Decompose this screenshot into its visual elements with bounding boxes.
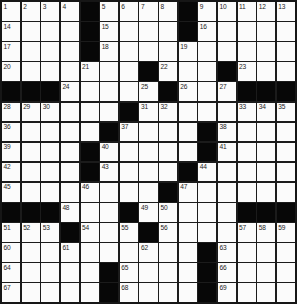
cell-r9-c3[interactable] <box>41 163 59 182</box>
cell-r11-c12[interactable] <box>218 203 236 222</box>
cell-r13-c8[interactable]: 62 <box>139 243 157 262</box>
cell-r2-c7[interactable] <box>120 22 138 41</box>
cell-r1-c2[interactable]: 2 <box>22 2 40 21</box>
clue-number-8: 8 <box>161 3 164 10</box>
cell-r4-c6[interactable] <box>100 62 118 81</box>
clue-number-36: 36 <box>4 123 11 130</box>
clue-number-63: 63 <box>219 244 226 251</box>
cell-r7-c3[interactable] <box>41 123 59 142</box>
cell-r10-c1[interactable]: 45 <box>2 183 20 202</box>
clue-number-26: 26 <box>180 83 187 90</box>
cell-r8-c10[interactable] <box>179 143 197 162</box>
cell-r5-c10[interactable]: 26 <box>179 82 197 101</box>
cell-r15-c13[interactable] <box>238 283 256 302</box>
cell-r4-c11[interactable] <box>198 62 216 81</box>
cell-r1-c6[interactable]: 5 <box>100 2 118 21</box>
cell-r1-c11[interactable]: 9 <box>198 2 216 21</box>
clue-number-39: 39 <box>4 143 11 150</box>
cell-r10-c15[interactable] <box>277 183 295 202</box>
cell-r3-c15[interactable] <box>277 42 295 61</box>
cell-r8-c3[interactable] <box>41 143 59 162</box>
cell-r10-c5[interactable]: 46 <box>81 183 99 202</box>
clue-number-48: 48 <box>62 204 69 211</box>
cell-r8-c1[interactable]: 39 <box>2 143 20 162</box>
cell-r5-c7[interactable] <box>120 82 138 101</box>
cell-r5-c8[interactable]: 25 <box>139 82 157 101</box>
clue-number-28: 28 <box>4 103 11 110</box>
cell-r10-c11[interactable] <box>198 183 216 202</box>
cell-r14-c1[interactable]: 64 <box>2 263 20 282</box>
cell-r10-c3[interactable] <box>41 183 59 202</box>
cell-r7-c5[interactable] <box>81 123 99 142</box>
clue-number-64: 64 <box>4 264 11 271</box>
cell-r12-c15[interactable]: 59 <box>277 223 295 242</box>
clue-number-20: 20 <box>4 63 11 70</box>
clue-number-60: 60 <box>4 244 11 251</box>
cell-r4-c14[interactable] <box>257 62 275 81</box>
cell-r3-c7[interactable] <box>120 42 138 61</box>
cell-r6-c1[interactable]: 28 <box>2 103 20 122</box>
cell-r6-c9[interactable]: 32 <box>159 103 177 122</box>
cell-r4-c1[interactable]: 20 <box>2 62 20 81</box>
clue-number-29: 29 <box>23 103 30 110</box>
cell-r14-c9[interactable] <box>159 263 177 282</box>
crossword-board: 1234567891011121314151617181920212223242… <box>0 0 297 304</box>
cell-r11-c10[interactable] <box>179 203 197 222</box>
cell-r10-c2[interactable] <box>22 183 40 202</box>
clue-number-56: 56 <box>161 224 168 231</box>
clue-number-23: 23 <box>239 63 246 70</box>
clue-number-50: 50 <box>161 204 168 211</box>
clue-number-47: 47 <box>180 183 187 190</box>
cell-r9-c11[interactable]: 44 <box>198 163 216 182</box>
black-cell-r12-c8 <box>139 223 157 242</box>
cell-r13-c9[interactable] <box>159 243 177 262</box>
clue-number-7: 7 <box>141 3 144 10</box>
cell-r3-c2[interactable] <box>22 42 40 61</box>
cell-r3-c9[interactable] <box>159 42 177 61</box>
cell-r6-c13[interactable]: 33 <box>238 103 256 122</box>
cell-r13-c13[interactable] <box>238 243 256 262</box>
cell-r10-c14[interactable] <box>257 183 275 202</box>
cell-r12-c10[interactable] <box>179 223 197 242</box>
clue-number-30: 30 <box>43 103 50 110</box>
cell-r1-c4[interactable]: 4 <box>61 2 79 21</box>
cell-r6-c3[interactable]: 30 <box>41 103 59 122</box>
clue-number-11: 11 <box>239 3 245 10</box>
black-cell-r12-c4 <box>61 223 79 242</box>
black-cell-r9-c10 <box>179 163 197 182</box>
cell-r8-c15[interactable] <box>277 143 295 162</box>
clue-number-13: 13 <box>278 3 285 10</box>
black-cell-r11-c7 <box>120 203 138 222</box>
cell-r10-c12[interactable] <box>218 183 236 202</box>
cell-r7-c2[interactable] <box>22 123 40 142</box>
black-cell-r5-c9 <box>159 82 177 101</box>
cell-r4-c10[interactable] <box>179 62 197 81</box>
clue-number-31: 31 <box>141 103 148 110</box>
cell-r14-c4[interactable] <box>61 263 79 282</box>
cell-r6-c2[interactable]: 29 <box>22 103 40 122</box>
cell-r4-c15[interactable] <box>277 62 295 81</box>
clue-number-66: 66 <box>219 264 226 271</box>
cell-r4-c3[interactable] <box>41 62 59 81</box>
cell-r14-c13[interactable] <box>238 263 256 282</box>
cell-r4-c4[interactable] <box>61 62 79 81</box>
black-cell-r11-c1 <box>2 203 20 222</box>
cell-r7-c14[interactable] <box>257 123 275 142</box>
clue-number-16: 16 <box>200 23 207 30</box>
cell-r3-c8[interactable] <box>139 42 157 61</box>
cell-r13-c6[interactable] <box>100 243 118 262</box>
cell-r12-c5[interactable]: 54 <box>81 223 99 242</box>
clue-number-41: 41 <box>219 143 226 150</box>
cell-r8-c14[interactable] <box>257 143 275 162</box>
cell-r13-c2[interactable] <box>22 243 40 262</box>
cell-r8-c13[interactable] <box>238 143 256 162</box>
black-cell-r4-c8 <box>139 62 157 81</box>
cell-r7-c1[interactable]: 36 <box>2 123 20 142</box>
cell-r11-c6[interactable] <box>100 203 118 222</box>
cell-r6-c10[interactable] <box>179 103 197 122</box>
clue-number-52: 52 <box>23 224 30 231</box>
cell-r2-c14[interactable] <box>257 22 275 41</box>
black-cell-r11-c2 <box>22 203 40 222</box>
cell-r7-c9[interactable] <box>159 123 177 142</box>
clue-number-32: 32 <box>161 103 168 110</box>
cell-r14-c10[interactable] <box>179 263 197 282</box>
cell-r11-c4[interactable]: 48 <box>61 203 79 222</box>
clue-number-68: 68 <box>121 284 128 291</box>
cell-r3-c10[interactable]: 19 <box>179 42 197 61</box>
black-cell-r5-c14 <box>257 82 275 101</box>
black-cell-r6-c7 <box>120 103 138 122</box>
cell-r4-c5[interactable]: 21 <box>81 62 99 81</box>
clue-number-45: 45 <box>4 183 11 190</box>
black-cell-r15-c6 <box>100 283 118 302</box>
cell-r3-c14[interactable] <box>257 42 275 61</box>
cell-r15-c5[interactable] <box>81 283 99 302</box>
clue-number-35: 35 <box>278 103 285 110</box>
black-cell-r7-c11 <box>198 123 216 142</box>
cell-r9-c14[interactable] <box>257 163 275 182</box>
clue-number-15: 15 <box>102 23 109 30</box>
clue-number-46: 46 <box>82 183 89 190</box>
cell-r1-c13[interactable]: 11 <box>238 2 256 21</box>
black-cell-r8-c5 <box>81 143 99 162</box>
cell-r14-c3[interactable] <box>41 263 59 282</box>
cell-r15-c14[interactable] <box>257 283 275 302</box>
cell-r14-c12[interactable]: 66 <box>218 263 236 282</box>
black-cell-r8-c11 <box>198 143 216 162</box>
cell-r3-c6[interactable]: 18 <box>100 42 118 61</box>
cell-r9-c12[interactable] <box>218 163 236 182</box>
cell-r9-c8[interactable] <box>139 163 157 182</box>
cell-r2-c2[interactable] <box>22 22 40 41</box>
black-cell-r10-c9 <box>159 183 177 202</box>
clue-number-62: 62 <box>141 244 148 251</box>
cell-r1-c1[interactable]: 1 <box>2 2 20 21</box>
cell-r1-c8[interactable]: 7 <box>139 2 157 21</box>
black-cell-r15-c11 <box>198 283 216 302</box>
cell-r9-c9[interactable] <box>159 163 177 182</box>
cell-r1-c7[interactable]: 6 <box>120 2 138 21</box>
cell-r6-c5[interactable] <box>81 103 99 122</box>
cell-r5-c11[interactable] <box>198 82 216 101</box>
black-cell-r1-c5 <box>81 2 99 21</box>
cell-r9-c1[interactable]: 42 <box>2 163 20 182</box>
cell-r10-c4[interactable] <box>61 183 79 202</box>
clue-number-51: 51 <box>4 224 11 231</box>
cell-r2-c6[interactable]: 15 <box>100 22 118 41</box>
clue-number-54: 54 <box>82 224 89 231</box>
black-cell-r3-c5 <box>81 42 99 61</box>
cell-r4-c7[interactable] <box>120 62 138 81</box>
cell-r8-c12[interactable]: 41 <box>218 143 236 162</box>
cell-r13-c12[interactable]: 63 <box>218 243 236 262</box>
cell-r9-c4[interactable] <box>61 163 79 182</box>
cell-r8-c9[interactable] <box>159 143 177 162</box>
cell-r7-c13[interactable] <box>238 123 256 142</box>
black-cell-r2-c10 <box>179 22 197 41</box>
cell-r3-c12[interactable] <box>218 42 236 61</box>
cell-r5-c4[interactable]: 24 <box>61 82 79 101</box>
cell-r7-c10[interactable] <box>179 123 197 142</box>
cell-r15-c12[interactable]: 69 <box>218 283 236 302</box>
clue-number-10: 10 <box>219 3 226 10</box>
cell-r10-c6[interactable] <box>100 183 118 202</box>
cell-r13-c4[interactable]: 61 <box>61 243 79 262</box>
black-cell-r13-c11 <box>198 243 216 262</box>
cell-r2-c3[interactable] <box>41 22 59 41</box>
clue-number-19: 19 <box>180 43 187 50</box>
cell-r3-c11[interactable] <box>198 42 216 61</box>
cell-r2-c12[interactable] <box>218 22 236 41</box>
clue-number-5: 5 <box>102 3 105 10</box>
clue-number-9: 9 <box>200 3 203 10</box>
cell-r7-c15[interactable] <box>277 123 295 142</box>
clue-number-22: 22 <box>161 63 168 70</box>
cell-r7-c8[interactable] <box>139 123 157 142</box>
clue-number-67: 67 <box>4 284 11 291</box>
cell-r12-c3[interactable]: 53 <box>41 223 59 242</box>
black-cell-r5-c15 <box>277 82 295 101</box>
cell-r9-c6[interactable]: 43 <box>100 163 118 182</box>
clue-number-59: 59 <box>278 224 285 231</box>
black-cell-r9-c5 <box>81 163 99 182</box>
clue-number-25: 25 <box>141 83 148 90</box>
clue-number-55: 55 <box>121 224 128 231</box>
cell-r13-c7[interactable] <box>120 243 138 262</box>
crossword-grid: 1234567891011121314151617181920212223242… <box>0 0 297 304</box>
cell-r12-c13[interactable]: 57 <box>238 223 256 242</box>
cell-r4-c9[interactable]: 22 <box>159 62 177 81</box>
clue-number-49: 49 <box>141 204 148 211</box>
cell-r15-c9[interactable] <box>159 283 177 302</box>
cell-r6-c8[interactable]: 31 <box>139 103 157 122</box>
cell-r6-c12[interactable] <box>218 103 236 122</box>
clue-number-57: 57 <box>239 224 246 231</box>
clue-number-17: 17 <box>4 43 11 50</box>
cell-r6-c4[interactable] <box>61 103 79 122</box>
cell-r13-c3[interactable] <box>41 243 59 262</box>
cell-r10-c7[interactable] <box>120 183 138 202</box>
clue-number-61: 61 <box>62 244 69 251</box>
clue-number-40: 40 <box>102 143 109 150</box>
black-cell-r5-c3 <box>41 82 59 101</box>
cell-r9-c15[interactable] <box>277 163 295 182</box>
cell-r14-c14[interactable] <box>257 263 275 282</box>
cell-r1-c14[interactable]: 12 <box>257 2 275 21</box>
cell-r3-c1[interactable]: 17 <box>2 42 20 61</box>
black-cell-r5-c13 <box>238 82 256 101</box>
cell-r13-c5[interactable] <box>81 243 99 262</box>
cell-r11-c5[interactable] <box>81 203 99 222</box>
clue-number-38: 38 <box>219 123 226 130</box>
clue-number-1: 1 <box>4 3 7 10</box>
cell-r15-c2[interactable] <box>22 283 40 302</box>
cell-r2-c15[interactable] <box>277 22 295 41</box>
cell-r2-c11[interactable]: 16 <box>198 22 216 41</box>
cell-r8-c6[interactable]: 40 <box>100 143 118 162</box>
black-cell-r1-c10 <box>179 2 197 21</box>
cell-r13-c10[interactable] <box>179 243 197 262</box>
cell-r14-c5[interactable] <box>81 263 99 282</box>
cell-r13-c15[interactable] <box>277 243 295 262</box>
clue-number-24: 24 <box>62 83 69 90</box>
cell-r10-c13[interactable] <box>238 183 256 202</box>
black-cell-r14-c6 <box>100 263 118 282</box>
cell-r2-c4[interactable] <box>61 22 79 41</box>
black-cell-r7-c6 <box>100 123 118 142</box>
cell-r12-c9[interactable]: 56 <box>159 223 177 242</box>
cell-r10-c8[interactable] <box>139 183 157 202</box>
cell-r14-c2[interactable] <box>22 263 40 282</box>
black-cell-r4-c12 <box>218 62 236 81</box>
cell-r6-c11[interactable] <box>198 103 216 122</box>
cell-r2-c1[interactable]: 14 <box>2 22 20 41</box>
cell-r15-c10[interactable] <box>179 283 197 302</box>
cell-r12-c2[interactable]: 52 <box>22 223 40 242</box>
clue-number-21: 21 <box>82 63 89 70</box>
cell-r10-c10[interactable]: 47 <box>179 183 197 202</box>
clue-number-65: 65 <box>121 264 128 271</box>
cell-r12-c1[interactable]: 51 <box>2 223 20 242</box>
cell-r14-c8[interactable] <box>139 263 157 282</box>
cell-r15-c8[interactable] <box>139 283 157 302</box>
cell-r2-c9[interactable] <box>159 22 177 41</box>
cell-r8-c7[interactable] <box>120 143 138 162</box>
clue-number-43: 43 <box>102 163 109 170</box>
cell-r11-c11[interactable] <box>198 203 216 222</box>
cell-r9-c13[interactable] <box>238 163 256 182</box>
cell-r13-c14[interactable] <box>257 243 275 262</box>
cell-r6-c6[interactable] <box>100 103 118 122</box>
cell-r1-c9[interactable]: 8 <box>159 2 177 21</box>
black-cell-r11-c14 <box>257 203 275 222</box>
cell-r9-c7[interactable] <box>120 163 138 182</box>
cell-r6-c15[interactable]: 35 <box>277 103 295 122</box>
cell-r12-c7[interactable]: 55 <box>120 223 138 242</box>
cell-r7-c7[interactable]: 37 <box>120 123 138 142</box>
cell-r7-c12[interactable]: 38 <box>218 123 236 142</box>
black-cell-r14-c11 <box>198 263 216 282</box>
cell-r11-c8[interactable]: 49 <box>139 203 157 222</box>
cell-r8-c8[interactable] <box>139 143 157 162</box>
black-cell-r2-c5 <box>81 22 99 41</box>
cell-r11-c9[interactable]: 50 <box>159 203 177 222</box>
clue-number-53: 53 <box>43 224 50 231</box>
cell-r12-c6[interactable] <box>100 223 118 242</box>
cell-r15-c1[interactable]: 67 <box>2 283 20 302</box>
clue-number-18: 18 <box>102 43 109 50</box>
cell-r12-c12[interactable] <box>218 223 236 242</box>
black-cell-r11-c3 <box>41 203 59 222</box>
cell-r4-c2[interactable] <box>22 62 40 81</box>
black-cell-r5-c2 <box>22 82 40 101</box>
cell-r15-c7[interactable]: 68 <box>120 283 138 302</box>
cell-r15-c3[interactable] <box>41 283 59 302</box>
cell-r4-c13[interactable]: 23 <box>238 62 256 81</box>
clue-number-42: 42 <box>4 163 11 170</box>
cell-r3-c3[interactable] <box>41 42 59 61</box>
cell-r15-c4[interactable] <box>61 283 79 302</box>
cell-r13-c1[interactable]: 60 <box>2 243 20 262</box>
clue-number-3: 3 <box>43 3 46 10</box>
cell-r2-c8[interactable] <box>139 22 157 41</box>
cell-r15-c15[interactable] <box>277 283 295 302</box>
cell-r1-c15[interactable]: 13 <box>277 2 295 21</box>
clue-number-34: 34 <box>259 103 266 110</box>
clue-number-2: 2 <box>23 3 26 10</box>
cell-r3-c13[interactable] <box>238 42 256 61</box>
cell-r3-c4[interactable] <box>61 42 79 61</box>
cell-r8-c4[interactable] <box>61 143 79 162</box>
clue-number-6: 6 <box>121 3 124 10</box>
cell-r1-c12[interactable]: 10 <box>218 2 236 21</box>
cell-r6-c14[interactable]: 34 <box>257 103 275 122</box>
black-cell-r11-c13 <box>238 203 256 222</box>
clue-number-27: 27 <box>219 83 226 90</box>
black-cell-r5-c1 <box>2 82 20 101</box>
clue-number-58: 58 <box>259 224 266 231</box>
cell-r14-c15[interactable] <box>277 263 295 282</box>
cell-r5-c6[interactable] <box>100 82 118 101</box>
cell-r5-c5[interactable] <box>81 82 99 101</box>
cell-r7-c4[interactable] <box>61 123 79 142</box>
cell-r12-c11[interactable] <box>198 223 216 242</box>
cell-r1-c3[interactable]: 3 <box>41 2 59 21</box>
cell-r5-c12[interactable]: 27 <box>218 82 236 101</box>
black-cell-r11-c15 <box>277 203 295 222</box>
clue-number-33: 33 <box>239 103 246 110</box>
cell-r8-c2[interactable] <box>22 143 40 162</box>
cell-r2-c13[interactable] <box>238 22 256 41</box>
cell-r14-c7[interactable]: 65 <box>120 263 138 282</box>
clue-number-4: 4 <box>62 3 65 10</box>
clue-number-44: 44 <box>200 163 207 170</box>
cell-r12-c14[interactable]: 58 <box>257 223 275 242</box>
clue-number-69: 69 <box>219 284 226 291</box>
clue-number-12: 12 <box>259 3 266 10</box>
clue-number-37: 37 <box>121 123 128 130</box>
cell-r9-c2[interactable] <box>22 163 40 182</box>
clue-number-14: 14 <box>4 23 11 30</box>
